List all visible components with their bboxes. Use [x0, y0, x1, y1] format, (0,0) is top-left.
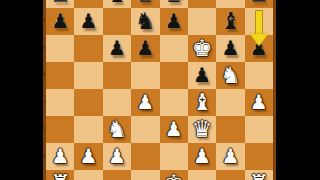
- rank-label-6: 6: [43, 46, 46, 50]
- square-b4: [74, 89, 102, 116]
- square-d2: [131, 143, 159, 170]
- rank-label-3: 3: [43, 127, 46, 131]
- white-queen-f3: ♛: [188, 116, 216, 143]
- square-b6: [74, 35, 102, 62]
- letterbox-right: [276, 0, 320, 180]
- square-b3: [74, 116, 102, 143]
- white-king-e1: ♚: [160, 170, 188, 180]
- square-g7: ♝: [216, 8, 244, 35]
- black-bishop-g7: ♝: [216, 8, 244, 35]
- square-h5: [245, 62, 273, 89]
- square-b2: ♟: [74, 143, 102, 170]
- square-a2: ♟: [46, 143, 74, 170]
- square-d4: ♟: [131, 89, 159, 116]
- square-a5: [46, 62, 74, 89]
- square-e1: ♚: [160, 170, 188, 180]
- square-c2: ♟: [103, 143, 131, 170]
- black-pawn-b7: ♟: [74, 8, 102, 35]
- rank-label-5: 5: [43, 73, 46, 77]
- rank-label-7: 7: [43, 19, 46, 23]
- square-c7: [103, 8, 131, 35]
- square-g4: [216, 89, 244, 116]
- black-rook-a8: ♜: [46, 0, 74, 8]
- square-h2: [245, 143, 273, 170]
- square-f6: ♚: [188, 35, 216, 62]
- square-f1: [188, 170, 216, 180]
- black-queen-d8: ♛: [131, 0, 159, 8]
- square-a6: [46, 35, 74, 62]
- black-pawn-h6: ♟: [245, 35, 273, 62]
- square-d8: ♛: [131, 0, 159, 8]
- square-f5: ♟: [188, 62, 216, 89]
- letterbox-left: [0, 0, 43, 180]
- square-e6: [160, 35, 188, 62]
- square-h1: ♜: [245, 170, 273, 180]
- square-b1: [74, 170, 102, 180]
- square-b5: [74, 62, 102, 89]
- square-d3: [131, 116, 159, 143]
- board-grid: ♜♝♛♚♜♟♟♞♟♝♟♟♚♟♟♟♞♟♝♟♞♟♛♟♟♟♟♟♜♚♜: [46, 0, 273, 180]
- black-pawn-c6: ♟: [103, 35, 131, 62]
- white-pawn-c2: ♟: [103, 143, 131, 170]
- square-a1: ♜: [46, 170, 74, 180]
- black-pawn-d6: ♟: [131, 35, 159, 62]
- white-knight-c3: ♞: [103, 116, 131, 143]
- square-d1: [131, 170, 159, 180]
- square-g5: ♞: [216, 62, 244, 89]
- white-knight-g5: ♞: [216, 62, 244, 89]
- square-f4: ♝: [188, 89, 216, 116]
- square-e5: [160, 62, 188, 89]
- square-f7: [188, 8, 216, 35]
- black-king-e8: ♚: [160, 0, 188, 8]
- square-e3: ♟: [160, 116, 188, 143]
- white-king-f6: ♚: [188, 35, 216, 62]
- black-pawn-a7: ♟: [46, 8, 74, 35]
- square-e2: [160, 143, 188, 170]
- white-rook-h1: ♜: [245, 170, 273, 180]
- square-a4: [46, 89, 74, 116]
- square-d5: [131, 62, 159, 89]
- square-g8: [216, 0, 244, 8]
- video-frame[interactable]: 87654321 ♜♝♛♚♜♟♟♞♟♝♟♟♚♟♟♟♞♟♝♟♞♟♛♟♟♟♟♟♜♚♜: [0, 0, 320, 180]
- white-pawn-a2: ♟: [46, 143, 74, 170]
- square-c4: [103, 89, 131, 116]
- black-bishop-c8: ♝: [103, 0, 131, 8]
- square-h3: [245, 116, 273, 143]
- white-rook-a1: ♜: [46, 170, 74, 180]
- black-knight-d7: ♞: [131, 8, 159, 35]
- square-h8: ♜: [245, 0, 273, 8]
- white-bishop-f4: ♝: [188, 89, 216, 116]
- board-frame-rank-labels: 87654321: [43, 0, 46, 180]
- black-pawn-f5: ♟: [188, 62, 216, 89]
- white-pawn-g2: ♟: [216, 143, 244, 170]
- square-g3: [216, 116, 244, 143]
- black-pawn-g6: ♟: [216, 35, 244, 62]
- white-pawn-b2: ♟: [74, 143, 102, 170]
- square-f2: ♟: [188, 143, 216, 170]
- square-b7: ♟: [74, 8, 102, 35]
- square-c1: [103, 170, 131, 180]
- square-c6: ♟: [103, 35, 131, 62]
- rank-label-4: 4: [43, 100, 46, 104]
- square-e4: [160, 89, 188, 116]
- white-pawn-f2: ♟: [188, 143, 216, 170]
- square-f8: [188, 0, 216, 8]
- square-c3: ♞: [103, 116, 131, 143]
- square-h4: ♟: [245, 89, 273, 116]
- square-a7: ♟: [46, 8, 74, 35]
- white-pawn-e3: ♟: [160, 116, 188, 143]
- square-g6: ♟: [216, 35, 244, 62]
- square-g2: ♟: [216, 143, 244, 170]
- square-d6: ♟: [131, 35, 159, 62]
- black-rook-h8: ♜: [245, 0, 273, 8]
- white-pawn-d4: ♟: [131, 89, 159, 116]
- square-c8: ♝: [103, 0, 131, 8]
- square-a3: [46, 116, 74, 143]
- square-h7: [245, 8, 273, 35]
- square-a8: ♜: [46, 0, 74, 8]
- square-e8: ♚: [160, 0, 188, 8]
- chess-board: 87654321 ♜♝♛♚♜♟♟♞♟♝♟♟♚♟♟♟♞♟♝♟♞♟♛♟♟♟♟♟♜♚♜: [43, 0, 276, 180]
- square-c5: [103, 62, 131, 89]
- black-pawn-e7: ♟: [160, 8, 188, 35]
- white-pawn-h4: ♟: [245, 89, 273, 116]
- square-h6: ♟: [245, 35, 273, 62]
- square-b8: [74, 0, 102, 8]
- square-e7: ♟: [160, 8, 188, 35]
- square-f3: ♛: [188, 116, 216, 143]
- rank-label-2: 2: [43, 154, 46, 158]
- square-g1: [216, 170, 244, 180]
- square-d7: ♞: [131, 8, 159, 35]
